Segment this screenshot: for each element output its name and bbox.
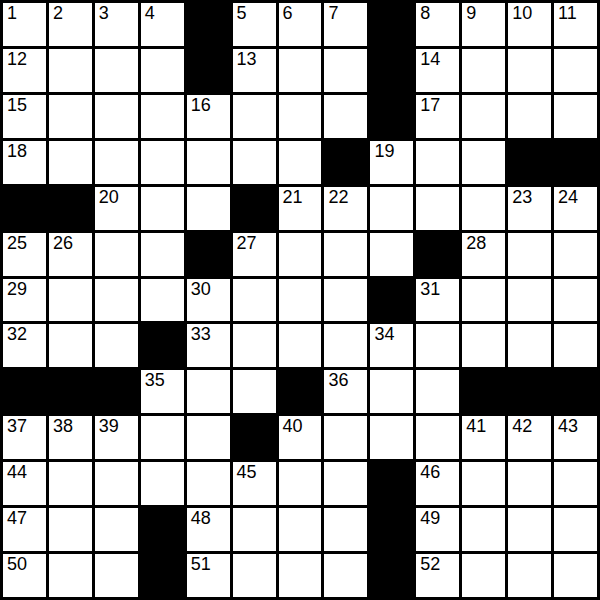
cell-r4c4[interactable] (141, 141, 184, 184)
clue-number-8: 8 (420, 4, 430, 24)
black-cell-r9c2 (49, 370, 92, 413)
clue-number-12: 12 (7, 50, 27, 70)
cell-r13c1[interactable]: 50 (3, 554, 46, 597)
clue-number-2: 2 (53, 4, 63, 24)
clue-number-31: 31 (420, 280, 440, 300)
cell-r2c6[interactable]: 13 (233, 49, 276, 92)
cell-r4c2[interactable] (49, 141, 92, 184)
clue-number-24: 24 (558, 188, 578, 208)
cell-r12c7[interactable] (279, 508, 322, 551)
clue-number-1: 1 (7, 4, 17, 24)
clue-number-21: 21 (283, 188, 303, 208)
cell-r5c10[interactable] (416, 187, 459, 230)
cell-r5c8[interactable]: 22 (324, 187, 367, 230)
clue-number-33: 33 (191, 325, 211, 345)
cell-r13c3[interactable] (95, 554, 138, 597)
clue-number-44: 44 (7, 463, 27, 483)
clue-number-19: 19 (374, 142, 394, 162)
black-cell-r12c9 (370, 508, 413, 551)
cell-r8c10[interactable] (416, 324, 459, 367)
cell-r6c11[interactable]: 28 (462, 233, 505, 276)
clue-number-48: 48 (191, 509, 211, 529)
cell-r12c8[interactable] (324, 508, 367, 551)
black-cell-r8c4 (141, 324, 184, 367)
clue-number-25: 25 (7, 234, 27, 254)
clue-number-18: 18 (7, 142, 27, 162)
cell-r2c7[interactable] (279, 49, 322, 92)
cell-r6c2[interactable]: 26 (49, 233, 92, 276)
black-cell-r11c9 (370, 462, 413, 505)
black-cell-r12c4 (141, 508, 184, 551)
cell-r7c11[interactable] (462, 279, 505, 322)
clue-number-23: 23 (512, 188, 532, 208)
cell-r1c12[interactable]: 10 (508, 3, 551, 46)
cell-r11c8[interactable] (324, 462, 367, 505)
cell-r11c10[interactable]: 46 (416, 462, 459, 505)
cell-r2c2[interactable] (49, 49, 92, 92)
cell-r6c8[interactable] (324, 233, 367, 276)
cell-r11c4[interactable] (141, 462, 184, 505)
cell-r8c9[interactable]: 34 (370, 324, 413, 367)
cell-r6c13[interactable] (554, 233, 597, 276)
cell-r11c11[interactable] (462, 462, 505, 505)
black-cell-r5c2 (49, 187, 92, 230)
cell-r13c13[interactable] (554, 554, 597, 597)
cell-r3c3[interactable] (95, 95, 138, 138)
clue-number-51: 51 (191, 555, 211, 575)
cell-r12c5[interactable]: 48 (187, 508, 230, 551)
cell-r3c11[interactable] (462, 95, 505, 138)
black-cell-r9c3 (95, 370, 138, 413)
cell-r5c7[interactable]: 21 (279, 187, 322, 230)
cell-r7c1[interactable]: 29 (3, 279, 46, 322)
black-cell-r13c4 (141, 554, 184, 597)
clue-number-20: 20 (99, 188, 119, 208)
cell-r11c6[interactable]: 45 (233, 462, 276, 505)
cell-r8c1[interactable]: 32 (3, 324, 46, 367)
cell-r13c12[interactable] (508, 554, 551, 597)
black-cell-r13c9 (370, 554, 413, 597)
cell-r4c7[interactable] (279, 141, 322, 184)
cell-r11c5[interactable] (187, 462, 230, 505)
cell-r2c4[interactable] (141, 49, 184, 92)
cell-r4c5[interactable] (187, 141, 230, 184)
clue-number-7: 7 (328, 4, 338, 24)
clue-number-49: 49 (420, 509, 440, 529)
cell-r9c4[interactable]: 35 (141, 370, 184, 413)
cell-r11c12[interactable] (508, 462, 551, 505)
black-cell-r4c8 (324, 141, 367, 184)
cell-r10c2[interactable]: 38 (49, 416, 92, 459)
cell-r3c7[interactable] (279, 95, 322, 138)
clue-number-34: 34 (374, 325, 394, 345)
cell-r12c10[interactable]: 49 (416, 508, 459, 551)
clue-number-11: 11 (558, 4, 577, 24)
clue-number-10: 10 (512, 4, 532, 24)
cell-r2c1[interactable]: 12 (3, 49, 46, 92)
cell-r12c2[interactable] (49, 508, 92, 551)
cell-r13c10[interactable]: 52 (416, 554, 459, 597)
black-cell-r6c5 (187, 233, 230, 276)
clue-number-32: 32 (7, 325, 27, 345)
clue-number-14: 14 (420, 50, 440, 70)
clue-number-3: 3 (99, 4, 109, 24)
clue-number-17: 17 (420, 96, 440, 116)
cell-r12c6[interactable] (233, 508, 276, 551)
black-cell-r6c10 (416, 233, 459, 276)
clue-number-22: 22 (328, 188, 348, 208)
black-cell-r4c13 (554, 141, 597, 184)
cell-r6c3[interactable] (95, 233, 138, 276)
clue-number-45: 45 (237, 463, 257, 483)
clue-number-28: 28 (466, 234, 486, 254)
cell-r2c10[interactable]: 14 (416, 49, 459, 92)
cell-r8c6[interactable] (233, 324, 276, 367)
black-cell-r5c1 (3, 187, 46, 230)
black-cell-r9c1 (3, 370, 46, 413)
cell-r3c10[interactable]: 17 (416, 95, 459, 138)
clue-number-52: 52 (420, 555, 440, 575)
black-cell-r4c12 (508, 141, 551, 184)
cell-r4c10[interactable] (416, 141, 459, 184)
cell-r12c3[interactable] (95, 508, 138, 551)
black-cell-r2c5 (187, 49, 230, 92)
clue-number-4: 4 (145, 4, 155, 24)
cell-r10c9[interactable] (370, 416, 413, 459)
cell-r5c13[interactable]: 24 (554, 187, 597, 230)
cell-r10c7[interactable]: 40 (279, 416, 322, 459)
cell-r4c11[interactable] (462, 141, 505, 184)
cell-r9c9[interactable] (370, 370, 413, 413)
cell-r10c12[interactable]: 42 (508, 416, 551, 459)
clue-number-13: 13 (237, 50, 257, 70)
clue-number-27: 27 (237, 234, 257, 254)
black-cell-r9c7 (279, 370, 322, 413)
cell-r9c8[interactable]: 36 (324, 370, 367, 413)
cell-r4c6[interactable] (233, 141, 276, 184)
clue-number-40: 40 (283, 417, 303, 437)
black-cell-r3c9 (370, 95, 413, 138)
cell-r10c5[interactable] (187, 416, 230, 459)
cell-r5c3[interactable]: 20 (95, 187, 138, 230)
cell-r13c5[interactable]: 51 (187, 554, 230, 597)
clue-number-9: 9 (466, 4, 476, 24)
clue-number-38: 38 (53, 417, 73, 437)
black-cell-r7c9 (370, 279, 413, 322)
cell-r5c5[interactable] (187, 187, 230, 230)
cell-r9c10[interactable] (416, 370, 459, 413)
cell-r5c4[interactable] (141, 187, 184, 230)
cell-r6c4[interactable] (141, 233, 184, 276)
clue-number-37: 37 (7, 417, 27, 437)
clue-number-36: 36 (328, 371, 348, 391)
cell-r6c12[interactable] (508, 233, 551, 276)
cell-r12c13[interactable] (554, 508, 597, 551)
cell-r8c3[interactable] (95, 324, 138, 367)
black-cell-r1c9 (370, 3, 413, 46)
cell-r3c12[interactable] (508, 95, 551, 138)
cell-r3c2[interactable] (49, 95, 92, 138)
cell-r7c2[interactable] (49, 279, 92, 322)
clue-number-47: 47 (7, 509, 27, 529)
cell-r4c3[interactable] (95, 141, 138, 184)
cell-r10c1[interactable]: 37 (3, 416, 46, 459)
cell-r3c4[interactable] (141, 95, 184, 138)
cell-r6c9[interactable] (370, 233, 413, 276)
cell-r1c2[interactable]: 2 (49, 3, 92, 46)
cell-r11c1[interactable]: 44 (3, 462, 46, 505)
clue-number-46: 46 (420, 463, 440, 483)
cell-r6c6[interactable]: 27 (233, 233, 276, 276)
cell-r11c7[interactable] (279, 462, 322, 505)
cell-r3c1[interactable]: 15 (3, 95, 46, 138)
black-cell-r5c6 (233, 187, 276, 230)
clue-number-6: 6 (283, 4, 293, 24)
clue-number-5: 5 (237, 4, 247, 24)
black-cell-r10c6 (233, 416, 276, 459)
cell-r8c13[interactable] (554, 324, 597, 367)
cell-r11c2[interactable] (49, 462, 92, 505)
cell-r8c5[interactable]: 33 (187, 324, 230, 367)
cell-r7c6[interactable] (233, 279, 276, 322)
cell-r1c4[interactable]: 4 (141, 3, 184, 46)
black-cell-r1c5 (187, 3, 230, 46)
cell-r3c13[interactable] (554, 95, 597, 138)
black-cell-r2c9 (370, 49, 413, 92)
cell-r1c11[interactable]: 9 (462, 3, 505, 46)
clue-number-42: 42 (512, 417, 532, 437)
cell-r5c9[interactable] (370, 187, 413, 230)
cell-r3c8[interactable] (324, 95, 367, 138)
clue-number-50: 50 (7, 555, 27, 575)
cell-r1c3[interactable]: 3 (95, 3, 138, 46)
cell-r10c3[interactable]: 39 (95, 416, 138, 459)
cell-r13c6[interactable] (233, 554, 276, 597)
cell-r6c7[interactable] (279, 233, 322, 276)
black-cell-r9c13 (554, 370, 597, 413)
clue-number-16: 16 (191, 96, 211, 116)
clue-number-26: 26 (53, 234, 73, 254)
clue-number-39: 39 (99, 417, 119, 437)
cell-r3c5[interactable]: 16 (187, 95, 230, 138)
cell-r4c1[interactable]: 18 (3, 141, 46, 184)
cell-r13c2[interactable] (49, 554, 92, 597)
cell-r8c11[interactable] (462, 324, 505, 367)
cell-r1c13[interactable]: 11 (554, 3, 597, 46)
cell-r9c5[interactable] (187, 370, 230, 413)
cell-r2c13[interactable] (554, 49, 597, 92)
cell-r5c12[interactable]: 23 (508, 187, 551, 230)
cell-r13c8[interactable] (324, 554, 367, 597)
cell-r12c12[interactable] (508, 508, 551, 551)
cell-r7c10[interactable]: 31 (416, 279, 459, 322)
clue-number-41: 41 (466, 417, 486, 437)
cell-r7c8[interactable] (324, 279, 367, 322)
clue-number-30: 30 (191, 280, 211, 300)
black-cell-r9c11 (462, 370, 505, 413)
cell-r8c7[interactable] (279, 324, 322, 367)
cell-r5c11[interactable] (462, 187, 505, 230)
cell-r12c11[interactable] (462, 508, 505, 551)
cell-r11c3[interactable] (95, 462, 138, 505)
cell-r7c7[interactable] (279, 279, 322, 322)
cell-r8c2[interactable] (49, 324, 92, 367)
cell-r7c13[interactable] (554, 279, 597, 322)
crossword-board: 1234567891011121314151617181920212223242… (0, 0, 600, 600)
cell-r7c4[interactable] (141, 279, 184, 322)
cell-r7c3[interactable] (95, 279, 138, 322)
cell-r13c11[interactable] (462, 554, 505, 597)
cell-r9c6[interactable] (233, 370, 276, 413)
clue-number-43: 43 (558, 417, 578, 437)
cell-r1c6[interactable]: 5 (233, 3, 276, 46)
cell-r12c1[interactable]: 47 (3, 508, 46, 551)
cell-r2c11[interactable] (462, 49, 505, 92)
cell-r1c1[interactable]: 1 (3, 3, 46, 46)
cell-r2c12[interactable] (508, 49, 551, 92)
cell-r13c7[interactable] (279, 554, 322, 597)
cell-r7c12[interactable] (508, 279, 551, 322)
cell-r1c10[interactable]: 8 (416, 3, 459, 46)
cell-r10c8[interactable] (324, 416, 367, 459)
cell-r1c7[interactable]: 6 (279, 3, 322, 46)
clue-number-35: 35 (145, 371, 165, 391)
cell-r2c3[interactable] (95, 49, 138, 92)
cell-r7c5[interactable]: 30 (187, 279, 230, 322)
cell-r10c13[interactable]: 43 (554, 416, 597, 459)
cell-r10c11[interactable]: 41 (462, 416, 505, 459)
cell-r2c8[interactable] (324, 49, 367, 92)
cell-r10c4[interactable] (141, 416, 184, 459)
cell-r6c1[interactable]: 25 (3, 233, 46, 276)
cell-r8c12[interactable] (508, 324, 551, 367)
black-cell-r9c12 (508, 370, 551, 413)
cell-r3c6[interactable] (233, 95, 276, 138)
clue-number-15: 15 (7, 96, 27, 116)
clue-number-29: 29 (7, 280, 27, 300)
cell-r10c10[interactable] (416, 416, 459, 459)
cell-r11c13[interactable] (554, 462, 597, 505)
cell-r4c9[interactable]: 19 (370, 141, 413, 184)
cell-r8c8[interactable] (324, 324, 367, 367)
cell-r1c8[interactable]: 7 (324, 3, 367, 46)
